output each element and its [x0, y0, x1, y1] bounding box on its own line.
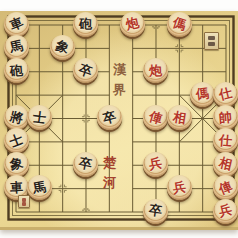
piece-character: 炮	[125, 16, 141, 33]
piece-black-horse[interactable]: 馬	[27, 175, 52, 200]
piece-character: 傌	[171, 15, 188, 32]
piece-character: 卒	[101, 109, 117, 126]
piece-character: 象	[54, 39, 71, 56]
piece-red-horse[interactable]: 傌	[167, 12, 192, 37]
piece-character: 砲	[79, 17, 92, 31]
piece-red-general[interactable]: 帥	[213, 105, 238, 130]
piece-black-cannon[interactable]: 砲	[4, 58, 29, 83]
xiangqi-set-photo: 漢界 楚河 車砲炮傌馬象砲卒炮傌仕將士卒俥相帥士仕象卒兵相車馬兵俥卒兵	[0, 0, 238, 238]
piece-character: 將	[8, 109, 24, 126]
piece-character: 馬	[32, 180, 47, 196]
piece-character: 卒	[78, 62, 95, 79]
piece-character: 士	[7, 132, 24, 150]
spare-tile-bottom-left[interactable]	[18, 195, 30, 208]
piece-black-advisor[interactable]: 士	[27, 105, 52, 130]
piece-black-elephant[interactable]: 象	[50, 35, 75, 60]
piece-character: 兵	[172, 180, 187, 196]
piece-black-advisor[interactable]: 士	[4, 128, 29, 153]
piece-character: 相	[218, 156, 234, 173]
piece-character: 傌	[195, 86, 210, 101]
piece-black-horse[interactable]: 馬	[4, 35, 29, 60]
piece-character: 俥	[217, 179, 234, 197]
piece-character: 仕	[218, 86, 234, 103]
piece-red-soldier[interactable]: 兵	[167, 175, 192, 200]
piece-red-elephant[interactable]: 相	[167, 105, 192, 130]
piece-character: 俥	[148, 109, 164, 126]
piece-character: 相	[172, 110, 187, 126]
piece-character: 兵	[218, 203, 234, 220]
piece-character: 車	[9, 180, 23, 195]
piece-black-chariot[interactable]: 車	[4, 12, 29, 37]
piece-black-general[interactable]: 將	[4, 105, 29, 130]
piece-red-soldier[interactable]: 兵	[213, 199, 238, 224]
piece-character: 仕	[219, 133, 233, 148]
piece-character: 卒	[78, 156, 93, 172]
piece-character: 砲	[9, 63, 23, 78]
piece-black-soldier[interactable]: 卒	[143, 199, 168, 224]
piece-red-horse[interactable]: 傌	[190, 82, 215, 107]
piece-character: 兵	[148, 156, 163, 172]
piece-red-cannon[interactable]: 炮	[120, 12, 145, 37]
piece-red-advisor[interactable]: 仕	[213, 82, 238, 107]
piece-red-elephant[interactable]: 相	[213, 152, 238, 177]
piece-character: 馬	[8, 39, 24, 56]
piece-character: 車	[7, 15, 24, 33]
piece-black-soldier[interactable]: 卒	[97, 105, 122, 130]
piece-character: 象	[8, 156, 24, 172]
spare-tile-top-right[interactable]	[204, 32, 219, 50]
piece-character: 帥	[219, 110, 233, 125]
piece-character: 炮	[149, 64, 162, 78]
piece-character: 卒	[149, 203, 164, 219]
xiangqi-board: 漢界 楚河 車砲炮傌馬象砲卒炮傌仕將士卒俥相帥士仕象卒兵相車馬兵俥卒兵	[0, 11, 238, 230]
piece-black-elephant[interactable]: 象	[4, 152, 29, 177]
piece-black-cannon[interactable]: 砲	[73, 12, 98, 37]
piece-character: 士	[32, 110, 47, 125]
